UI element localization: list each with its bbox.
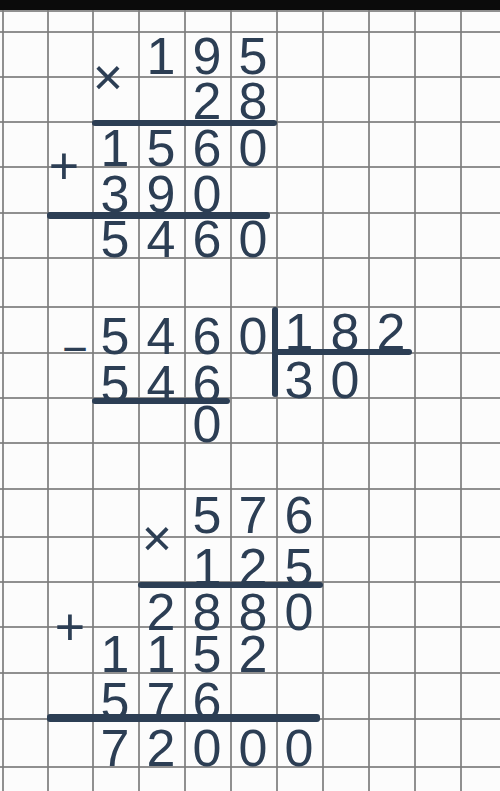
div-dividend-digit-1: 4 (138, 313, 184, 359)
grid-vline-9 (414, 10, 416, 791)
m1-result-digit-3: 0 (230, 216, 276, 261)
m1-operand2-digit-1: 8 (230, 78, 276, 123)
m2-partial2-digit-2: 5 (184, 631, 230, 677)
m1-operand2-digit-0: 2 (184, 78, 230, 123)
div-remainder-digit-0: 0 (184, 401, 230, 446)
multiply-sign-1: × (93, 51, 123, 103)
top-black-bar (0, 0, 500, 10)
div-dividend-digit-2: 6 (184, 313, 230, 359)
m2-result-digit-0: 7 (92, 724, 138, 772)
m2-operand1-digit-2: 6 (276, 491, 322, 539)
m1-partial1-digit-0: 1 (92, 125, 138, 170)
multiply-sign-2: × (142, 512, 172, 564)
rule-under-390 (47, 212, 270, 219)
div-dividend-digit-3: 0 (230, 313, 276, 359)
paper: 1952815603905460546018254630057612528801… (0, 0, 500, 791)
plus-sign-2: + (55, 601, 85, 653)
grid-hline-0 (0, 10, 500, 12)
m1-result-digit-2: 6 (184, 216, 230, 261)
m2-result-digit-2: 0 (184, 724, 230, 772)
m2-operand1-digit-0: 5 (184, 491, 230, 539)
minus-sign: − (62, 327, 88, 371)
div-dividend-digit-0: 5 (92, 313, 138, 359)
grid-vline-10 (460, 10, 462, 791)
m1-partial1-digit-1: 5 (138, 125, 184, 170)
rule-under-546 (92, 398, 230, 404)
grid-vline-0 (2, 10, 4, 791)
m2-partial2-digit-1: 1 (138, 631, 184, 677)
grid-vline-1 (47, 10, 49, 791)
rule-under-576 (47, 714, 320, 722)
m2-partial1-digit-3: 0 (276, 589, 322, 634)
m1-result-digit-0: 5 (92, 216, 138, 261)
m2-result-digit-4: 0 (276, 724, 322, 772)
rule-under-125 (138, 582, 323, 589)
div-quotient-digit-0: 3 (276, 357, 322, 402)
m1-partial1-digit-3: 0 (230, 125, 276, 170)
grid-vline-8 (368, 10, 370, 791)
div-quotient-digit-1: 0 (322, 357, 368, 402)
m2-partial2-digit-3: 2 (230, 631, 276, 677)
m2-operand1-digit-1: 7 (230, 491, 276, 539)
plus-sign-1: + (49, 140, 79, 192)
m1-partial1-digit-2: 6 (184, 125, 230, 170)
m1-result-digit-1: 4 (138, 216, 184, 261)
m2-result-digit-1: 2 (138, 724, 184, 772)
rule-under-28 (92, 120, 277, 127)
rule-under-182 (273, 349, 412, 356)
worksheet-screen: 1952815603905460546018254630057612528801… (0, 0, 500, 791)
grid-hline-10 (0, 442, 500, 444)
division-vertical-bar (272, 307, 278, 397)
grid-hline-9 (0, 397, 500, 399)
m2-partial2-digit-0: 1 (92, 631, 138, 677)
m1-operand1-digit-0: 1 (138, 33, 184, 78)
m2-result-digit-3: 0 (230, 724, 276, 772)
